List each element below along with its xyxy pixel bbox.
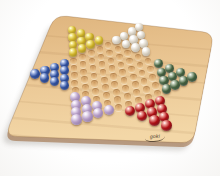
hole[interactable]	[111, 81, 118, 88]
hole[interactable]	[80, 69, 87, 76]
hole[interactable]	[102, 84, 109, 91]
hole[interactable]	[100, 69, 107, 76]
marble-clear[interactable]	[122, 40, 131, 49]
marble-lavender[interactable]	[93, 108, 103, 118]
hole[interactable]	[82, 84, 89, 91]
hole[interactable]	[97, 46, 104, 53]
marble-blue[interactable]	[50, 77, 60, 87]
hole[interactable]	[80, 61, 87, 68]
marble-yellow[interactable]	[86, 40, 95, 49]
marble-blue[interactable]	[40, 73, 50, 83]
hole[interactable]	[141, 78, 148, 85]
marble-dark-green[interactable]	[162, 84, 172, 94]
marble-lavender[interactable]	[71, 114, 82, 125]
marble-red[interactable]	[161, 120, 172, 131]
marble-yellow[interactable]	[78, 44, 87, 53]
hole[interactable]	[81, 76, 88, 83]
hole[interactable]	[71, 72, 78, 79]
hole[interactable]	[106, 50, 113, 57]
hole[interactable]	[133, 89, 140, 96]
hole[interactable]	[115, 104, 122, 111]
marble-blue[interactable]	[30, 69, 39, 78]
marble-clear[interactable]	[142, 47, 151, 56]
marble-yellow[interactable]	[69, 48, 78, 57]
hole[interactable]	[128, 66, 135, 73]
hole[interactable]	[71, 65, 78, 72]
marble-blue[interactable]	[60, 81, 70, 91]
hole[interactable]	[152, 82, 159, 89]
hole[interactable]	[122, 85, 129, 92]
hole[interactable]	[149, 74, 156, 81]
hole[interactable]	[99, 61, 106, 68]
hole[interactable]	[91, 80, 98, 87]
marble-yellow[interactable]	[95, 36, 104, 45]
hole[interactable]	[109, 65, 116, 72]
hole[interactable]	[71, 80, 78, 87]
hole[interactable]	[89, 58, 96, 65]
hole[interactable]	[147, 66, 154, 73]
hole[interactable]	[105, 42, 111, 48]
marble-lavender[interactable]	[82, 111, 93, 122]
marble-clear[interactable]	[135, 23, 143, 31]
hole[interactable]	[98, 54, 105, 61]
hole[interactable]	[92, 88, 99, 95]
marble-clear[interactable]	[120, 32, 128, 40]
hole[interactable]	[130, 74, 137, 81]
marble-red[interactable]	[125, 106, 135, 116]
marble-lavender[interactable]	[104, 105, 114, 115]
hole[interactable]	[137, 62, 144, 69]
hole[interactable]	[70, 58, 77, 65]
hole[interactable]	[114, 96, 121, 103]
hole[interactable]	[103, 92, 110, 99]
marble-clear[interactable]	[131, 43, 140, 52]
hole[interactable]	[115, 46, 122, 53]
marble-dark-green[interactable]	[170, 80, 180, 90]
hole[interactable]	[113, 89, 120, 96]
hole[interactable]	[90, 65, 97, 72]
hole[interactable]	[143, 86, 150, 93]
marble-red[interactable]	[149, 115, 160, 126]
product-photo-scene: goki	[0, 0, 220, 176]
hole[interactable]	[118, 62, 125, 69]
hole[interactable]	[79, 54, 86, 61]
hole[interactable]	[108, 58, 115, 65]
hole[interactable]	[126, 58, 133, 65]
hole[interactable]	[88, 50, 95, 57]
hole[interactable]	[139, 70, 146, 77]
hole[interactable]	[91, 73, 98, 80]
marble-red[interactable]	[137, 111, 147, 121]
board-holes	[0, 0, 220, 176]
marble-dark-green[interactable]	[179, 76, 189, 86]
marble-clear[interactable]	[112, 36, 121, 45]
hole[interactable]	[135, 54, 142, 61]
hole[interactable]	[124, 93, 131, 100]
marble-dark-green[interactable]	[187, 72, 196, 81]
hole[interactable]	[101, 77, 108, 84]
hole[interactable]	[132, 81, 139, 88]
hole[interactable]	[116, 54, 123, 61]
hole[interactable]	[119, 69, 126, 76]
hole[interactable]	[145, 58, 152, 65]
hole[interactable]	[124, 50, 131, 57]
hole[interactable]	[121, 77, 128, 84]
hole[interactable]	[110, 73, 117, 80]
